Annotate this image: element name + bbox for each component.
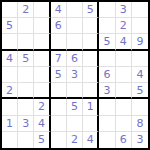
cell-r2c1-given: 5	[2, 18, 18, 34]
cell-r9c8-given: 6	[116, 132, 132, 148]
cell-r1c6-given: 5	[83, 2, 99, 18]
cell-r4c9-empty[interactable]	[132, 51, 148, 67]
cell-r6c3-empty[interactable]	[34, 83, 50, 99]
cell-r6c8-empty[interactable]	[116, 83, 132, 99]
cell-r5c2-empty[interactable]	[18, 67, 34, 83]
cell-r3c3-empty[interactable]	[34, 34, 50, 50]
cell-r9c9-given: 3	[132, 132, 148, 148]
cell-r5c4-given: 5	[51, 67, 67, 83]
cell-r2c3-empty[interactable]	[34, 18, 50, 34]
cell-r2c9-empty[interactable]	[132, 18, 148, 34]
cell-r9c3-given: 5	[34, 132, 50, 148]
cell-r2c2-empty[interactable]	[18, 18, 34, 34]
sudoku-puzzle: 245356254945765364235251134852463	[0, 0, 150, 150]
cell-r2c5-empty[interactable]	[67, 18, 83, 34]
cell-r1c4-given: 4	[51, 2, 67, 18]
cell-r2c8-given: 2	[116, 18, 132, 34]
cell-r1c9-empty[interactable]	[132, 2, 148, 18]
cell-r4c2-given: 5	[18, 51, 34, 67]
cell-r3c2-empty[interactable]	[18, 34, 34, 50]
cell-r2c6-empty[interactable]	[83, 18, 99, 34]
cell-r8c3-given: 4	[34, 116, 50, 132]
cell-r1c7-empty[interactable]	[99, 2, 115, 18]
cell-r5c9-given: 4	[132, 67, 148, 83]
cell-r9c1-empty[interactable]	[2, 132, 18, 148]
cell-r7c1-empty[interactable]	[2, 99, 18, 115]
cell-r8c2-given: 3	[18, 116, 34, 132]
cell-r3c1-empty[interactable]	[2, 34, 18, 50]
cell-r9c4-empty[interactable]	[51, 132, 67, 148]
cell-r3c8-given: 4	[116, 34, 132, 50]
cell-r9c7-empty[interactable]	[99, 132, 115, 148]
cell-r2c4-given: 6	[51, 18, 67, 34]
cell-r8c8-empty[interactable]	[116, 116, 132, 132]
cell-r5c7-given: 6	[99, 67, 115, 83]
cell-r1c1-empty[interactable]	[2, 2, 18, 18]
cell-r7c9-empty[interactable]	[132, 99, 148, 115]
cell-r1c2-given: 2	[18, 2, 34, 18]
cell-r5c3-empty[interactable]	[34, 67, 50, 83]
cell-r6c2-empty[interactable]	[18, 83, 34, 99]
cell-r3c5-empty[interactable]	[67, 34, 83, 50]
cell-r3c7-given: 5	[99, 34, 115, 50]
cell-r1c8-given: 3	[116, 2, 132, 18]
cell-r7c5-given: 5	[67, 99, 83, 115]
sudoku-board: 245356254945765364235251134852463	[0, 0, 150, 150]
cell-r4c4-given: 7	[51, 51, 67, 67]
cell-r5c5-given: 3	[67, 67, 83, 83]
cell-r7c3-given: 2	[34, 99, 50, 115]
cell-r6c6-empty[interactable]	[83, 83, 99, 99]
cell-r2c7-empty[interactable]	[99, 18, 115, 34]
cell-r6c7-given: 3	[99, 83, 115, 99]
cell-r3c6-empty[interactable]	[83, 34, 99, 50]
cell-r9c5-given: 2	[67, 132, 83, 148]
cell-r8c5-empty[interactable]	[67, 116, 83, 132]
cell-r8c1-given: 1	[2, 116, 18, 132]
cell-r1c5-empty[interactable]	[67, 2, 83, 18]
cell-r7c6-given: 1	[83, 99, 99, 115]
cell-r7c2-empty[interactable]	[18, 99, 34, 115]
cell-r5c6-empty[interactable]	[83, 67, 99, 83]
cell-r7c8-empty[interactable]	[116, 99, 132, 115]
cell-r3c4-empty[interactable]	[51, 34, 67, 50]
cell-r6c5-empty[interactable]	[67, 83, 83, 99]
cell-r4c7-empty[interactable]	[99, 51, 115, 67]
cell-r4c3-empty[interactable]	[34, 51, 50, 67]
cell-r8c7-empty[interactable]	[99, 116, 115, 132]
cell-r7c4-empty[interactable]	[51, 99, 67, 115]
cell-r7c7-empty[interactable]	[99, 99, 115, 115]
cell-r5c8-empty[interactable]	[116, 67, 132, 83]
cell-r6c1-given: 2	[2, 83, 18, 99]
cell-r1c3-empty[interactable]	[34, 2, 50, 18]
cell-r4c5-given: 6	[67, 51, 83, 67]
cell-r4c8-empty[interactable]	[116, 51, 132, 67]
cell-r6c9-given: 5	[132, 83, 148, 99]
cell-r6c4-empty[interactable]	[51, 83, 67, 99]
cell-r9c2-empty[interactable]	[18, 132, 34, 148]
cell-r3c9-given: 9	[132, 34, 148, 50]
cell-r8c4-empty[interactable]	[51, 116, 67, 132]
cell-r8c6-empty[interactable]	[83, 116, 99, 132]
cell-r4c1-given: 4	[2, 51, 18, 67]
cell-r4c6-empty[interactable]	[83, 51, 99, 67]
cell-r5c1-empty[interactable]	[2, 67, 18, 83]
cell-r8c9-given: 8	[132, 116, 148, 132]
cell-r9c6-given: 4	[83, 132, 99, 148]
